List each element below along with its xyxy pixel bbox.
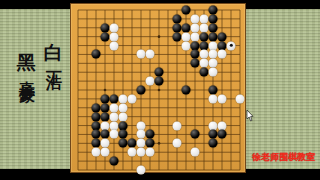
tatami-left-panel <box>0 9 70 169</box>
go-board[interactable] <box>70 3 246 173</box>
white-stone <box>182 41 191 50</box>
last-move-marker <box>229 44 232 47</box>
white-stone <box>209 59 218 68</box>
black-stone <box>155 68 164 77</box>
white-stone <box>191 32 200 41</box>
letterbox-bottom <box>0 174 320 180</box>
white-stone <box>137 148 146 157</box>
watermark-text: 徐老师围棋教室 <box>252 151 318 164</box>
black-stone <box>182 86 191 95</box>
black-stone <box>119 139 128 148</box>
white-stone <box>218 121 227 130</box>
black-stone <box>101 94 110 103</box>
white-stone <box>137 166 146 175</box>
white-stone <box>119 94 128 103</box>
black-stone <box>128 139 137 148</box>
star-point <box>158 35 161 38</box>
black-stone <box>218 41 227 50</box>
white-stone <box>200 14 209 23</box>
white-stone <box>191 23 200 32</box>
white-stone <box>110 103 119 112</box>
black-stone <box>209 139 218 148</box>
white-stone <box>173 121 182 130</box>
black-stone <box>191 130 200 139</box>
black-stone <box>92 50 101 59</box>
white-stone <box>218 94 227 103</box>
black-stone <box>101 32 110 41</box>
white-stone <box>110 32 119 41</box>
black-stone <box>146 130 155 139</box>
star-point <box>104 89 107 92</box>
star-point <box>158 142 161 145</box>
white-stone <box>146 50 155 59</box>
black-player-label: 黑 <box>17 38 36 40</box>
white-stone <box>173 139 182 148</box>
star-point <box>158 89 161 92</box>
white-stone <box>146 148 155 157</box>
black-stone <box>101 112 110 121</box>
black-stone <box>119 121 128 130</box>
black-stone <box>218 130 227 139</box>
white-stone <box>209 50 218 59</box>
black-stone <box>209 14 218 23</box>
white-stone <box>191 148 200 157</box>
black-stone <box>200 32 209 41</box>
white-stone <box>137 130 146 139</box>
white-stone <box>92 148 101 157</box>
black-stone <box>209 23 218 32</box>
black-stone <box>173 23 182 32</box>
black-stone <box>209 6 218 15</box>
white-stone <box>137 121 146 130</box>
black-stone <box>92 121 101 130</box>
mouse-cursor-icon <box>246 110 254 122</box>
black-stone <box>101 23 110 32</box>
black-stone <box>110 94 119 103</box>
black-stone <box>92 139 101 148</box>
white-stone <box>146 77 155 86</box>
white-stone <box>110 130 119 139</box>
black-stone <box>155 77 164 86</box>
black-stone <box>92 103 101 112</box>
white-stone <box>101 148 110 157</box>
black-stone <box>92 130 101 139</box>
white-stone <box>191 14 200 23</box>
black-stone <box>146 139 155 148</box>
black-stone <box>182 6 191 15</box>
black-stone <box>209 86 218 95</box>
black-stone <box>191 41 200 50</box>
white-stone <box>209 41 218 50</box>
white-stone <box>119 112 128 121</box>
black-stone <box>101 130 110 139</box>
white-stone <box>137 50 146 59</box>
white-stone <box>128 148 137 157</box>
white-stone <box>101 139 110 148</box>
tatami-right-panel <box>246 9 320 169</box>
white-stone <box>209 121 218 130</box>
white-stone <box>209 68 218 77</box>
white-stone <box>209 94 218 103</box>
black-stone <box>191 59 200 68</box>
black-stone <box>182 23 191 32</box>
white-stone <box>110 23 119 32</box>
white-stone <box>227 41 236 50</box>
white-stone <box>218 50 227 59</box>
video-frame: { "players_panel": { "black_label": "黑",… <box>0 0 320 180</box>
white-stone <box>182 32 191 41</box>
black-stone <box>200 41 209 50</box>
black-stone <box>173 32 182 41</box>
white-stone <box>128 94 137 103</box>
white-stone <box>119 103 128 112</box>
white-stone <box>200 23 209 32</box>
white-stone <box>236 94 245 103</box>
white-player-name: 丁浩 <box>46 58 62 64</box>
white-stone <box>110 121 119 130</box>
white-stone <box>200 50 209 59</box>
black-stone <box>110 157 119 166</box>
white-stone <box>110 41 119 50</box>
black-stone <box>101 103 110 112</box>
black-stone <box>119 130 128 139</box>
black-stone <box>173 14 182 23</box>
black-stone <box>218 32 227 41</box>
white-stone <box>200 59 209 68</box>
black-stone <box>191 50 200 59</box>
white-player-label: 白 <box>44 28 63 30</box>
white-stone <box>110 112 119 121</box>
black-stone <box>137 86 146 95</box>
white-stone <box>137 139 146 148</box>
black-stone <box>209 32 218 41</box>
black-stone <box>92 112 101 121</box>
black-player-name: 辜梓豪 <box>19 68 35 77</box>
black-stone <box>200 68 209 77</box>
white-stone <box>101 121 110 130</box>
black-stone <box>209 130 218 139</box>
